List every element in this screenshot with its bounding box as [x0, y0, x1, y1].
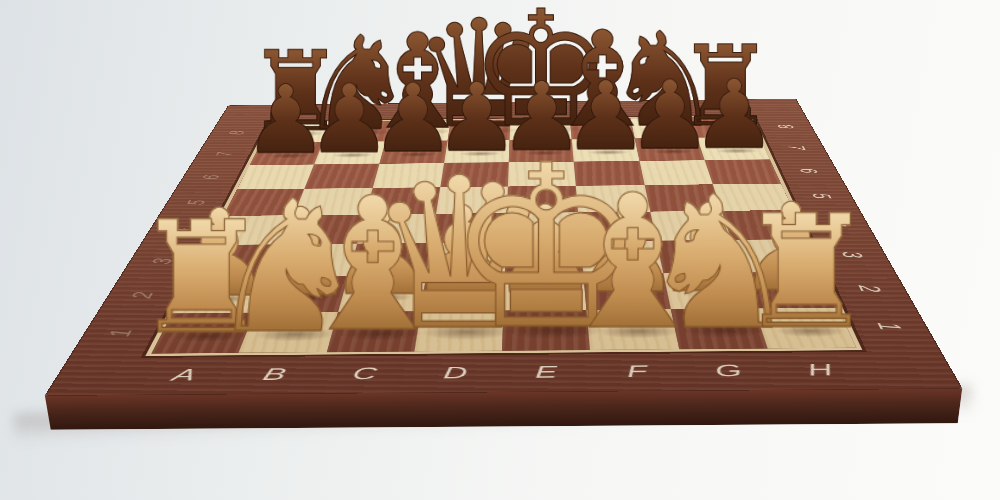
file-label-d: D	[409, 363, 502, 383]
rank-label-right-rail-7: 7	[773, 137, 821, 160]
file-label-g: G	[681, 361, 778, 381]
file-label-e: E	[501, 362, 593, 382]
file-label-h: H	[771, 360, 870, 380]
photo-scene: ♜♞♝♛♚♝♞♜♟♟♟♟♟♟♟♟♟♟♟♟♟♟♟♟♜♞♝♛♚♝♞♜ ABCDEFG…	[0, 0, 1000, 500]
piece-black-pawn-h7[interactable]: ♟	[692, 77, 777, 153]
file-label-a: A	[135, 365, 234, 385]
piece-white-rook-h1[interactable]: ♜	[737, 211, 877, 336]
square-h1[interactable]: ♜	[754, 308, 856, 349]
file-label-c: C	[317, 364, 412, 384]
board-front-edge	[45, 388, 963, 430]
file-label-f: F	[591, 361, 685, 381]
chess-board: ♜♞♝♛♚♝♞♜♟♟♟♟♟♟♟♟♟♟♟♟♟♟♟♟♜♞♝♛♚♝♞♜ ABCDEFG…	[44, 99, 962, 396]
file-label-b: B	[226, 364, 323, 384]
board-grid: ♜♞♝♛♚♝♞♜♟♟♟♟♟♟♟♟♟♟♟♟♟♟♟♟♜♞♝♛♚♝♞♜	[151, 117, 856, 354]
